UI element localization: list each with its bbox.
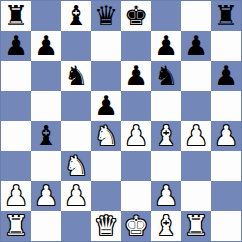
square-e7[interactable] xyxy=(121,31,151,61)
square-e5[interactable] xyxy=(121,91,151,121)
square-f1[interactable]: ♝ xyxy=(151,211,181,241)
square-a1[interactable]: ♜ xyxy=(1,211,31,241)
square-a7[interactable]: ♟ xyxy=(1,31,31,61)
square-c8[interactable]: ♝ xyxy=(61,1,91,31)
white-bishop[interactable]: ♝ xyxy=(154,122,178,149)
square-e2[interactable] xyxy=(121,181,151,211)
square-c7[interactable] xyxy=(61,31,91,61)
square-b6[interactable] xyxy=(31,61,61,91)
square-a4[interactable] xyxy=(1,121,31,151)
square-c1[interactable] xyxy=(61,211,91,241)
square-a8[interactable]: ♜ xyxy=(1,1,31,31)
square-h4[interactable]: ♟ xyxy=(211,121,241,151)
white-pawn[interactable]: ♟ xyxy=(64,182,88,209)
black-pawn[interactable]: ♟ xyxy=(94,92,118,119)
square-g8[interactable] xyxy=(181,1,211,31)
white-pawn[interactable]: ♟ xyxy=(34,182,58,209)
square-h6[interactable]: ♟ xyxy=(211,61,241,91)
square-b5[interactable] xyxy=(31,91,61,121)
black-bishop[interactable]: ♝ xyxy=(34,122,58,149)
square-b2[interactable]: ♟ xyxy=(31,181,61,211)
square-h1[interactable] xyxy=(211,211,241,241)
square-c3[interactable]: ♞ xyxy=(61,151,91,181)
square-g1[interactable]: ♜ xyxy=(181,211,211,241)
square-d8[interactable]: ♛ xyxy=(91,1,121,31)
square-e1[interactable]: ♚ xyxy=(121,211,151,241)
black-pawn[interactable]: ♟ xyxy=(4,32,28,59)
square-d3[interactable] xyxy=(91,151,121,181)
black-knight[interactable]: ♞ xyxy=(64,62,88,89)
black-king[interactable]: ♚ xyxy=(124,2,148,29)
black-bishop[interactable]: ♝ xyxy=(64,2,88,29)
white-pawn[interactable]: ♟ xyxy=(4,182,28,209)
square-b8[interactable] xyxy=(31,1,61,31)
square-g4[interactable]: ♟ xyxy=(181,121,211,151)
square-b3[interactable] xyxy=(31,151,61,181)
square-d4[interactable]: ♞ xyxy=(91,121,121,151)
square-f6[interactable]: ♞ xyxy=(151,61,181,91)
square-c6[interactable]: ♞ xyxy=(61,61,91,91)
square-f4[interactable]: ♝ xyxy=(151,121,181,151)
square-d2[interactable] xyxy=(91,181,121,211)
square-d6[interactable] xyxy=(91,61,121,91)
white-knight[interactable]: ♞ xyxy=(94,122,118,149)
black-rook[interactable]: ♜ xyxy=(4,2,28,29)
square-f8[interactable] xyxy=(151,1,181,31)
square-c5[interactable] xyxy=(61,91,91,121)
square-h5[interactable] xyxy=(211,91,241,121)
square-g7[interactable]: ♟ xyxy=(181,31,211,61)
square-g6[interactable] xyxy=(181,61,211,91)
black-rook[interactable]: ♜ xyxy=(214,2,238,29)
black-pawn[interactable]: ♟ xyxy=(214,62,238,89)
square-h7[interactable] xyxy=(211,31,241,61)
white-pawn[interactable]: ♟ xyxy=(154,182,178,209)
square-e3[interactable] xyxy=(121,151,151,181)
white-king[interactable]: ♚ xyxy=(124,212,148,239)
square-h2[interactable] xyxy=(211,181,241,211)
square-f7[interactable]: ♟ xyxy=(151,31,181,61)
square-g2[interactable] xyxy=(181,181,211,211)
square-a6[interactable] xyxy=(1,61,31,91)
square-b1[interactable] xyxy=(31,211,61,241)
square-g5[interactable] xyxy=(181,91,211,121)
square-c2[interactable]: ♟ xyxy=(61,181,91,211)
square-h8[interactable]: ♜ xyxy=(211,1,241,31)
white-pawn[interactable]: ♟ xyxy=(184,122,208,149)
square-e8[interactable]: ♚ xyxy=(121,1,151,31)
white-pawn[interactable]: ♟ xyxy=(124,122,148,149)
square-e6[interactable]: ♟ xyxy=(121,61,151,91)
white-knight[interactable]: ♞ xyxy=(64,152,88,179)
white-pawn[interactable]: ♟ xyxy=(214,122,238,149)
white-bishop[interactable]: ♝ xyxy=(154,212,178,239)
white-rook[interactable]: ♜ xyxy=(4,212,28,239)
square-a5[interactable] xyxy=(1,91,31,121)
square-a3[interactable] xyxy=(1,151,31,181)
black-pawn[interactable]: ♟ xyxy=(124,62,148,89)
square-f3[interactable] xyxy=(151,151,181,181)
square-c4[interactable] xyxy=(61,121,91,151)
square-f5[interactable] xyxy=(151,91,181,121)
black-pawn[interactable]: ♟ xyxy=(154,32,178,59)
square-g3[interactable] xyxy=(181,151,211,181)
square-f2[interactable]: ♟ xyxy=(151,181,181,211)
black-pawn[interactable]: ♟ xyxy=(184,32,208,59)
square-a2[interactable]: ♟ xyxy=(1,181,31,211)
square-d5[interactable]: ♟ xyxy=(91,91,121,121)
square-b7[interactable]: ♟ xyxy=(31,31,61,61)
square-d1[interactable]: ♛ xyxy=(91,211,121,241)
white-queen[interactable]: ♛ xyxy=(94,212,118,239)
square-h3[interactable] xyxy=(211,151,241,181)
square-b4[interactable]: ♝ xyxy=(31,121,61,151)
chess-board: ♜♝♛♚♜♟♟♟♟♞♟♞♟♟♝♞♟♝♟♟♞♟♟♟♟♜♛♚♝♜ xyxy=(0,0,242,242)
square-d7[interactable] xyxy=(91,31,121,61)
black-pawn[interactable]: ♟ xyxy=(34,32,58,59)
black-knight[interactable]: ♞ xyxy=(154,62,178,89)
white-rook[interactable]: ♜ xyxy=(184,212,208,239)
black-queen[interactable]: ♛ xyxy=(94,2,118,29)
square-e4[interactable]: ♟ xyxy=(121,121,151,151)
